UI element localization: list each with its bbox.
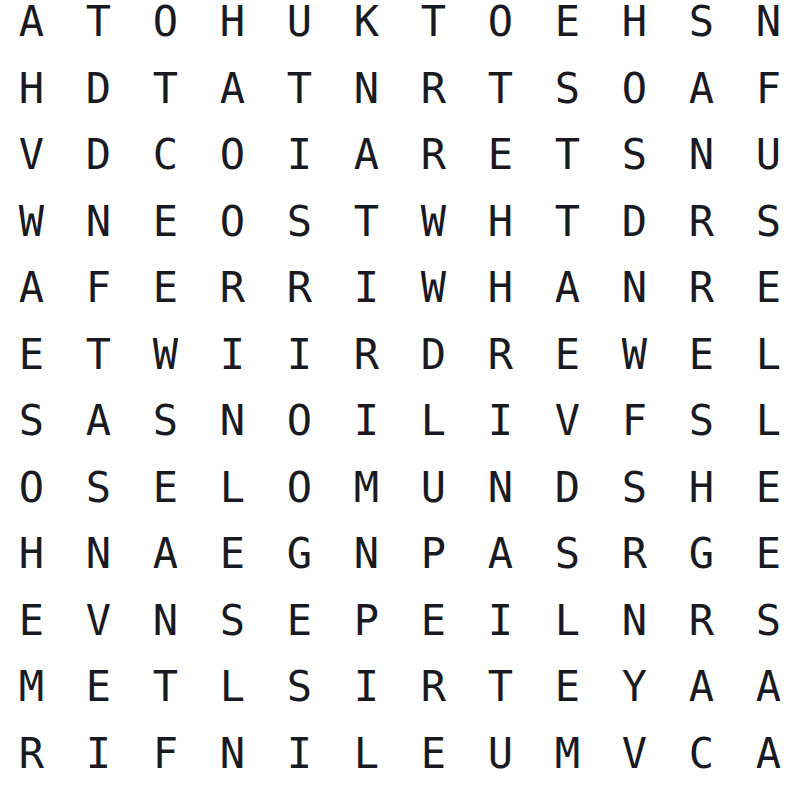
cell-r11c9[interactable]: E [534,654,601,721]
cell-r11c11[interactable]: A [668,654,735,721]
cell-r3c4[interactable]: O [199,122,266,189]
cell-r7c9[interactable]: V [534,388,601,455]
cell-r8c3[interactable]: E [132,455,199,522]
cell-r1c7[interactable]: T [400,0,467,56]
cell-r11c2[interactable]: E [65,654,132,721]
cell-r3c6[interactable]: A [333,122,400,189]
cell-r9c6[interactable]: N [333,521,400,588]
cell-r8c2[interactable]: S [65,455,132,522]
cell-r1c11[interactable]: S [668,0,735,56]
cell-r10c11[interactable]: R [668,588,735,655]
cell-r12c12[interactable]: A [735,721,800,788]
cell-r9c5[interactable]: G [266,521,333,588]
cell-r12c8[interactable]: U [467,721,534,788]
cell-r7c4[interactable]: N [199,388,266,455]
cell-r12c3[interactable]: F [132,721,199,788]
cell-r3c12[interactable]: U [735,122,800,189]
cell-r11c5[interactable]: S [266,654,333,721]
cell-r7c2[interactable]: A [65,388,132,455]
cell-r6c10[interactable]: W [601,322,668,389]
cell-r5c4[interactable]: R [199,255,266,322]
cell-r11c1[interactable]: M [0,654,65,721]
cell-r4c1[interactable]: W [0,189,65,256]
cell-r3c9[interactable]: T [534,122,601,189]
cell-r7c3[interactable]: S [132,388,199,455]
cell-r6c11[interactable]: E [668,322,735,389]
cell-r5c5[interactable]: R [266,255,333,322]
cell-r9c7[interactable]: P [400,521,467,588]
cell-r11c3[interactable]: T [132,654,199,721]
cell-r7c11[interactable]: S [668,388,735,455]
cell-r8c1[interactable]: O [0,455,65,522]
cell-r10c5[interactable]: E [266,588,333,655]
cell-r12c1[interactable]: R [0,721,65,788]
cell-r5c6[interactable]: I [333,255,400,322]
cell-r2c2[interactable]: D [65,56,132,123]
cell-r4c3[interactable]: E [132,189,199,256]
cell-r1c2[interactable]: T [65,0,132,56]
cell-r8c5[interactable]: O [266,455,333,522]
cell-r7c7[interactable]: L [400,388,467,455]
cell-r11c12[interactable]: A [735,654,800,721]
cell-r1c6[interactable]: K [333,0,400,56]
cell-r10c8[interactable]: I [467,588,534,655]
cell-r2c8[interactable]: T [467,56,534,123]
cell-r7c8[interactable]: I [467,388,534,455]
cell-r8c7[interactable]: U [400,455,467,522]
cell-r11c10[interactable]: Y [601,654,668,721]
cell-r6c8[interactable]: R [467,322,534,389]
cell-r6c6[interactable]: R [333,322,400,389]
cell-r2c3[interactable]: T [132,56,199,123]
cell-r4c10[interactable]: D [601,189,668,256]
cell-r8c8[interactable]: N [467,455,534,522]
cell-r2c1[interactable]: H [0,56,65,123]
cell-r3c8[interactable]: E [467,122,534,189]
cell-r10c2[interactable]: V [65,588,132,655]
cell-r8c9[interactable]: D [534,455,601,522]
cell-r5c10[interactable]: N [601,255,668,322]
cell-r5c7[interactable]: W [400,255,467,322]
cell-r2c4[interactable]: A [199,56,266,123]
cell-r4c12[interactable]: S [735,189,800,256]
cell-r1c8[interactable]: O [467,0,534,56]
cell-r3c10[interactable]: S [601,122,668,189]
cell-r1c3[interactable]: O [132,0,199,56]
cell-r4c5[interactable]: S [266,189,333,256]
cell-r8c6[interactable]: M [333,455,400,522]
cell-r8c4[interactable]: L [199,455,266,522]
cell-r2c11[interactable]: A [668,56,735,123]
cell-r1c1[interactable]: A [0,0,65,56]
cell-r9c4[interactable]: E [199,521,266,588]
cell-r4c7[interactable]: W [400,189,467,256]
cell-r6c9[interactable]: E [534,322,601,389]
cell-r12c5[interactable]: I [266,721,333,788]
cell-r12c6[interactable]: L [333,721,400,788]
cell-r11c6[interactable]: I [333,654,400,721]
cell-r3c2[interactable]: D [65,122,132,189]
cell-r8c12[interactable]: E [735,455,800,522]
cell-r6c2[interactable]: T [65,322,132,389]
cell-r12c10[interactable]: V [601,721,668,788]
cell-r3c11[interactable]: N [668,122,735,189]
cell-r10c3[interactable]: N [132,588,199,655]
cell-r9c10[interactable]: R [601,521,668,588]
cell-r7c6[interactable]: I [333,388,400,455]
cell-r3c5[interactable]: I [266,122,333,189]
cell-r4c8[interactable]: H [467,189,534,256]
cell-r10c4[interactable]: S [199,588,266,655]
cell-r12c4[interactable]: N [199,721,266,788]
cell-r3c3[interactable]: C [132,122,199,189]
cell-r1c12[interactable]: N [735,0,800,56]
cell-r8c11[interactable]: H [668,455,735,522]
cell-r2c12[interactable]: F [735,56,800,123]
cell-r5c8[interactable]: H [467,255,534,322]
cell-r12c11[interactable]: C [668,721,735,788]
cell-r8c10[interactable]: S [601,455,668,522]
cell-r12c7[interactable]: E [400,721,467,788]
cell-r2c5[interactable]: T [266,56,333,123]
cell-r9c2[interactable]: N [65,521,132,588]
cell-r9c1[interactable]: H [0,521,65,588]
cell-r7c12[interactable]: L [735,388,800,455]
cell-r4c2[interactable]: N [65,189,132,256]
cell-r10c1[interactable]: E [0,588,65,655]
cell-r6c3[interactable]: W [132,322,199,389]
cell-r5c11[interactable]: R [668,255,735,322]
word-search-board: ATOHUKTOEHSNHDTATNRTSOAFVDCOIARETSNUWNEO… [0,0,800,791]
cell-r12c9[interactable]: M [534,721,601,788]
cell-r12c2[interactable]: I [65,721,132,788]
cell-r4c9[interactable]: T [534,189,601,256]
cell-r5c12[interactable]: E [735,255,800,322]
cell-r6c5[interactable]: I [266,322,333,389]
cell-r10c9[interactable]: L [534,588,601,655]
cell-r6c1[interactable]: E [0,322,65,389]
cell-r2c6[interactable]: N [333,56,400,123]
cell-r11c7[interactable]: R [400,654,467,721]
cell-r7c5[interactable]: O [266,388,333,455]
letter-grid: ATOHUKTOEHSNHDTATNRTSOAFVDCOIARETSNUWNEO… [0,0,800,787]
cell-r3c7[interactable]: R [400,122,467,189]
cell-r10c6[interactable]: P [333,588,400,655]
cell-r5c3[interactable]: E [132,255,199,322]
cell-r10c12[interactable]: S [735,588,800,655]
cell-r5c9[interactable]: A [534,255,601,322]
cell-r10c10[interactable]: N [601,588,668,655]
cell-r6c12[interactable]: L [735,322,800,389]
cell-r7c1[interactable]: S [0,388,65,455]
cell-r9c12[interactable]: E [735,521,800,588]
cell-r11c4[interactable]: L [199,654,266,721]
cell-r6c4[interactable]: I [199,322,266,389]
cell-r9c3[interactable]: A [132,521,199,588]
cell-r2c9[interactable]: S [534,56,601,123]
cell-r9c8[interactable]: A [467,521,534,588]
cell-r3c1[interactable]: V [0,122,65,189]
cell-r4c4[interactable]: O [199,189,266,256]
cell-r11c8[interactable]: T [467,654,534,721]
cell-r4c11[interactable]: R [668,189,735,256]
cell-r2c7[interactable]: R [400,56,467,123]
cell-r9c9[interactable]: S [534,521,601,588]
cell-r1c5[interactable]: U [266,0,333,56]
cell-r1c9[interactable]: E [534,0,601,56]
cell-r7c10[interactable]: F [601,388,668,455]
cell-r5c1[interactable]: A [0,255,65,322]
cell-r10c7[interactable]: E [400,588,467,655]
cell-r4c6[interactable]: T [333,189,400,256]
cell-r6c7[interactable]: D [400,322,467,389]
cell-r5c2[interactable]: F [65,255,132,322]
cell-r1c10[interactable]: H [601,0,668,56]
cell-r1c4[interactable]: H [199,0,266,56]
cell-r2c10[interactable]: O [601,56,668,123]
cell-r9c11[interactable]: G [668,521,735,588]
